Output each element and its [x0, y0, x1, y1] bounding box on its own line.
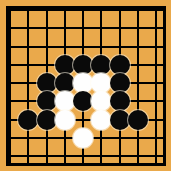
- vertical-grid-line: [9, 8, 11, 163]
- white-stone: [73, 128, 93, 148]
- black-stone: [37, 110, 57, 130]
- black-stone: [110, 73, 130, 93]
- white-stone: [55, 110, 75, 130]
- white-stone: [91, 110, 111, 130]
- horizontal-grid-line: [8, 27, 163, 29]
- white-stone: [91, 73, 111, 93]
- black-stone: [73, 91, 93, 111]
- black-stone: [110, 55, 130, 75]
- black-stone: [110, 110, 130, 130]
- black-stone: [55, 55, 75, 75]
- vertical-grid-line: [137, 8, 139, 163]
- vertical-grid-line: [27, 8, 29, 163]
- white-stone: [91, 91, 111, 111]
- black-stone: [55, 73, 75, 93]
- go-board-diagram: [0, 0, 171, 171]
- horizontal-grid-line: [8, 9, 163, 11]
- black-stone: [91, 55, 111, 75]
- black-stone: [110, 91, 130, 111]
- black-stone: [37, 73, 57, 93]
- horizontal-grid-line: [8, 155, 163, 157]
- white-stone: [55, 91, 75, 111]
- board-grid[interactable]: [0, 0, 171, 171]
- horizontal-grid-line: [8, 46, 163, 48]
- white-stone: [73, 73, 93, 93]
- vertical-grid-line: [155, 8, 157, 163]
- black-stone: [37, 91, 57, 111]
- black-stone: [128, 110, 148, 130]
- black-stone: [18, 110, 38, 130]
- black-stone: [73, 55, 93, 75]
